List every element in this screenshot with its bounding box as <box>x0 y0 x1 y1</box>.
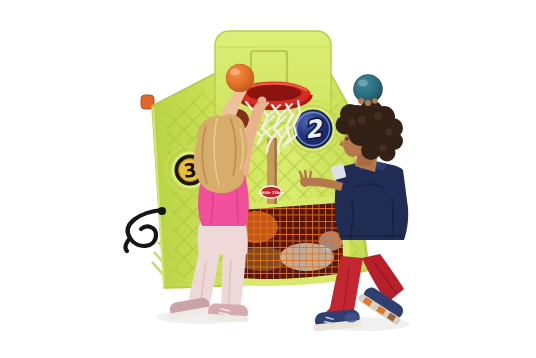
girl-right-hand <box>258 97 267 106</box>
brand-logo-text: Little Tikes <box>258 190 284 195</box>
product-photo-stage: 2 3 Little Tikes <box>0 0 536 358</box>
teal-ball <box>354 75 383 107</box>
girl-pants-hips <box>198 224 248 254</box>
boy-navy-polo <box>335 163 408 241</box>
boy-eye <box>346 138 349 141</box>
girl-right-shoe <box>207 303 250 322</box>
girl-right-leg <box>221 252 246 308</box>
activity-center-scene: 2 3 Little Tikes <box>0 0 536 358</box>
orange-ball <box>226 64 254 92</box>
